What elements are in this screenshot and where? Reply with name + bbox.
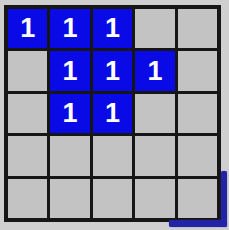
cell-r3c5[interactable]	[178, 94, 217, 133]
cell-r4c1[interactable]	[8, 136, 47, 175]
cell-r2c4[interactable]: 1	[135, 51, 174, 90]
cell-r4c2[interactable]	[50, 136, 89, 175]
cell-r2c1[interactable]	[8, 51, 47, 90]
cell-r3c2[interactable]: 1	[50, 94, 89, 133]
cell-r4c5[interactable]	[178, 136, 217, 175]
cell-r5c3[interactable]	[93, 179, 132, 218]
cell-r5c2[interactable]	[50, 179, 89, 218]
cell-r1c2[interactable]: 1	[50, 9, 89, 48]
cell-r1c1[interactable]: 1	[8, 9, 47, 48]
cell-r2c3[interactable]: 1	[93, 51, 132, 90]
cell-r1c5[interactable]	[178, 9, 217, 48]
cell-r2c5[interactable]	[178, 51, 217, 90]
puzzle-board: 11111111	[4, 5, 221, 222]
page-background: 11111111	[0, 0, 229, 230]
cell-r3c3[interactable]: 1	[93, 94, 132, 133]
cell-r5c4[interactable]	[135, 179, 174, 218]
cell-r4c3[interactable]	[93, 136, 132, 175]
cell-r4c4[interactable]	[135, 136, 174, 175]
cursor-corner-marker-vertical	[221, 171, 227, 227]
cursor-corner-marker-horizontal	[169, 220, 227, 227]
cell-r3c4[interactable]	[135, 94, 174, 133]
cell-r5c5[interactable]	[178, 179, 217, 218]
cell-r1c3[interactable]: 1	[93, 9, 132, 48]
cell-r3c1[interactable]	[8, 94, 47, 133]
cell-r5c1[interactable]	[8, 179, 47, 218]
cell-r1c4[interactable]	[135, 9, 174, 48]
cell-r2c2[interactable]: 1	[50, 51, 89, 90]
